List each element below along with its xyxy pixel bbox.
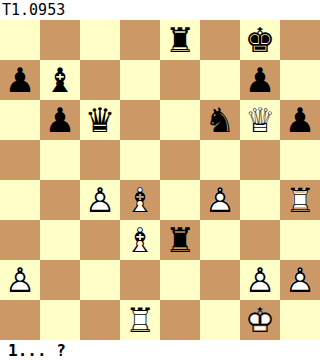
piece-white-pawn-c4[interactable]: ♙	[80, 180, 120, 220]
piece-black-knight-f6[interactable]: ♞	[200, 100, 240, 140]
square-e1[interactable]	[160, 300, 200, 340]
piece-black-rook-e3[interactable]: ♜	[160, 220, 200, 260]
piece-black-pawn-h6[interactable]: ♟	[280, 100, 320, 140]
square-d3[interactable]: ♝♗	[120, 220, 160, 260]
square-a5[interactable]	[0, 140, 40, 180]
square-d8[interactable]	[120, 20, 160, 60]
square-h1[interactable]	[280, 300, 320, 340]
square-d1[interactable]: ♜♖	[120, 300, 160, 340]
square-a1[interactable]	[0, 300, 40, 340]
square-b2[interactable]	[40, 260, 80, 300]
square-a3[interactable]	[0, 220, 40, 260]
square-f1[interactable]	[200, 300, 240, 340]
square-g3[interactable]	[240, 220, 280, 260]
square-e5[interactable]	[160, 140, 200, 180]
piece-white-rook-d1[interactable]: ♖	[120, 300, 160, 340]
square-e7[interactable]	[160, 60, 200, 100]
piece-black-bishop-b7[interactable]: ♝	[40, 60, 80, 100]
square-h3[interactable]	[280, 220, 320, 260]
square-h7[interactable]	[280, 60, 320, 100]
square-d7[interactable]	[120, 60, 160, 100]
square-g6[interactable]: ♛♕	[240, 100, 280, 140]
square-h6[interactable]: ♟	[280, 100, 320, 140]
square-b6[interactable]: ♟	[40, 100, 80, 140]
square-d6[interactable]	[120, 100, 160, 140]
square-b1[interactable]	[40, 300, 80, 340]
square-d2[interactable]	[120, 260, 160, 300]
square-c6[interactable]: ♛	[80, 100, 120, 140]
square-c5[interactable]	[80, 140, 120, 180]
square-d5[interactable]	[120, 140, 160, 180]
piece-white-king-g1[interactable]: ♔	[240, 300, 280, 340]
square-g8[interactable]: ♚	[240, 20, 280, 60]
square-e4[interactable]	[160, 180, 200, 220]
chess-board: ♜♚♟♝♟♟♛♞♛♕♟♟♙♝♗♟♙♜♖♝♗♜♟♙♟♙♟♙♜♖♚♔	[0, 20, 320, 340]
square-c7[interactable]	[80, 60, 120, 100]
piece-white-pawn-g2[interactable]: ♙	[240, 260, 280, 300]
move-prompt: 1... ?	[0, 340, 320, 360]
square-a4[interactable]	[0, 180, 40, 220]
piece-white-bishop-d3[interactable]: ♗	[120, 220, 160, 260]
square-g1[interactable]: ♚♔	[240, 300, 280, 340]
square-g7[interactable]: ♟	[240, 60, 280, 100]
piece-white-pawn-a2[interactable]: ♙	[0, 260, 40, 300]
square-f6[interactable]: ♞	[200, 100, 240, 140]
square-b8[interactable]	[40, 20, 80, 60]
piece-black-king-g8[interactable]: ♚	[240, 20, 280, 60]
piece-white-bishop-d4[interactable]: ♗	[120, 180, 160, 220]
square-b4[interactable]	[40, 180, 80, 220]
square-a6[interactable]	[0, 100, 40, 140]
square-e6[interactable]	[160, 100, 200, 140]
piece-black-pawn-a7[interactable]: ♟	[0, 60, 40, 100]
square-h5[interactable]	[280, 140, 320, 180]
square-b5[interactable]	[40, 140, 80, 180]
square-c1[interactable]	[80, 300, 120, 340]
piece-black-pawn-g7[interactable]: ♟	[240, 60, 280, 100]
square-f2[interactable]	[200, 260, 240, 300]
square-h8[interactable]	[280, 20, 320, 60]
square-b7[interactable]: ♝	[40, 60, 80, 100]
square-c8[interactable]	[80, 20, 120, 60]
square-c4[interactable]: ♟♙	[80, 180, 120, 220]
piece-black-pawn-b6[interactable]: ♟	[40, 100, 80, 140]
square-b3[interactable]	[40, 220, 80, 260]
chess-puzzle-window: T1.0953 ♜♚♟♝♟♟♛♞♛♕♟♟♙♝♗♟♙♜♖♝♗♜♟♙♟♙♟♙♜♖♚♔…	[0, 0, 320, 360]
square-e2[interactable]	[160, 260, 200, 300]
piece-black-rook-e8[interactable]: ♜	[160, 20, 200, 60]
puzzle-id-label: T1.0953	[0, 0, 320, 20]
square-a7[interactable]: ♟	[0, 60, 40, 100]
square-c2[interactable]	[80, 260, 120, 300]
square-f3[interactable]	[200, 220, 240, 260]
square-g2[interactable]: ♟♙	[240, 260, 280, 300]
piece-white-pawn-h2[interactable]: ♙	[280, 260, 320, 300]
square-a2[interactable]: ♟♙	[0, 260, 40, 300]
square-h2[interactable]: ♟♙	[280, 260, 320, 300]
square-h4[interactable]: ♜♖	[280, 180, 320, 220]
square-a8[interactable]	[0, 20, 40, 60]
square-e3[interactable]: ♜	[160, 220, 200, 260]
square-f7[interactable]	[200, 60, 240, 100]
square-g4[interactable]	[240, 180, 280, 220]
square-f5[interactable]	[200, 140, 240, 180]
square-f4[interactable]: ♟♙	[200, 180, 240, 220]
square-e8[interactable]: ♜	[160, 20, 200, 60]
square-d4[interactable]: ♝♗	[120, 180, 160, 220]
piece-white-rook-h4[interactable]: ♖	[280, 180, 320, 220]
piece-white-pawn-f4[interactable]: ♙	[200, 180, 240, 220]
square-g5[interactable]	[240, 140, 280, 180]
piece-black-queen-c6[interactable]: ♛	[80, 100, 120, 140]
square-f8[interactable]	[200, 20, 240, 60]
piece-white-queen-g6[interactable]: ♕	[240, 100, 280, 140]
square-c3[interactable]	[80, 220, 120, 260]
